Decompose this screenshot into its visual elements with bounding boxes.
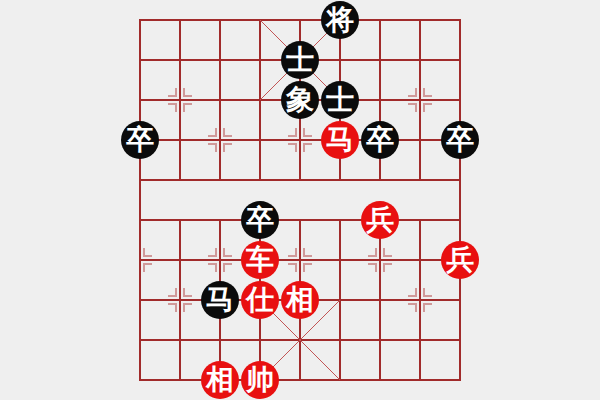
- piece-black-soldier-1[interactable]: 卒: [121, 121, 159, 159]
- piece-black-general[interactable]: 将: [321, 1, 359, 39]
- piece-black-soldier-4[interactable]: 卒: [241, 201, 279, 239]
- page-background: { "game": "xiangqi", "board": { "files":…: [0, 0, 600, 400]
- piece-black-advisor-1[interactable]: 士: [281, 41, 319, 79]
- piece-red-elephant-1[interactable]: 相: [281, 281, 319, 319]
- piece-black-soldier-3[interactable]: 卒: [441, 121, 479, 159]
- pieces-layer: 将士象士卒马卒卒卒兵车兵马仕相相帅: [120, 0, 480, 400]
- piece-red-chariot[interactable]: 车: [241, 241, 279, 279]
- piece-black-horse[interactable]: 马: [201, 281, 239, 319]
- piece-red-elephant-2[interactable]: 相: [201, 361, 239, 399]
- xiangqi-board-area: 将士象士卒马卒卒卒兵车兵马仕相相帅: [0, 0, 600, 400]
- piece-black-soldier-2[interactable]: 卒: [361, 121, 399, 159]
- piece-red-soldier-1[interactable]: 兵: [361, 201, 399, 239]
- piece-red-soldier-2[interactable]: 兵: [441, 241, 479, 279]
- piece-black-elephant[interactable]: 象: [281, 81, 319, 119]
- piece-red-advisor[interactable]: 仕: [241, 281, 279, 319]
- piece-red-horse[interactable]: 马: [321, 121, 359, 159]
- piece-red-general[interactable]: 帅: [241, 361, 279, 399]
- piece-black-advisor-2[interactable]: 士: [321, 81, 359, 119]
